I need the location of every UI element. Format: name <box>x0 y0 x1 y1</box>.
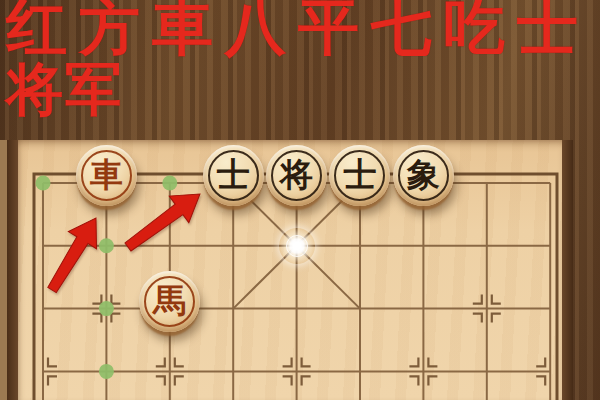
caption-line2: 将军 <box>6 60 590 118</box>
annotation-arrow <box>118 181 210 261</box>
annotation-arrow <box>38 209 110 298</box>
caption-line1: 红方車八平七吃士 <box>6 0 590 60</box>
move-caption: 红方車八平七吃士 将军 <box>6 0 590 118</box>
xiangqi-game-screen: 車士将士象馬 红方車八平七吃士 将军 <box>0 0 600 400</box>
